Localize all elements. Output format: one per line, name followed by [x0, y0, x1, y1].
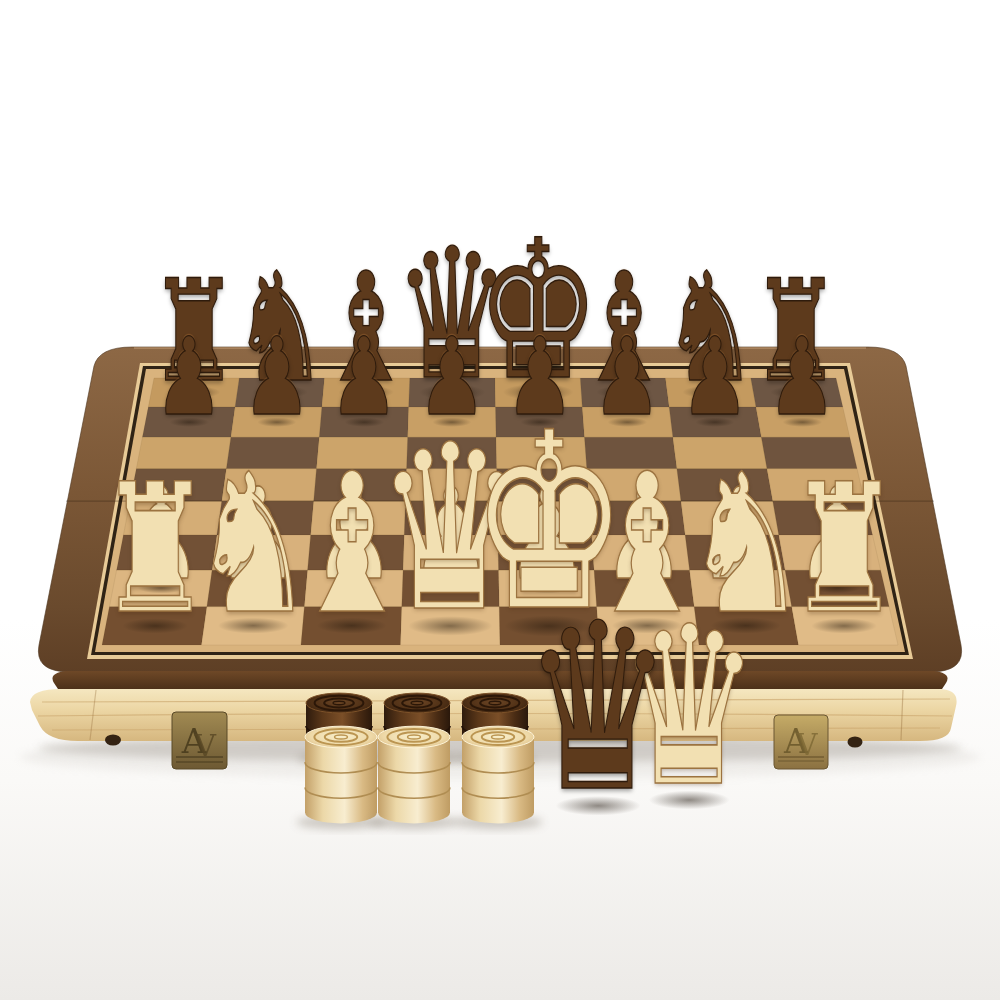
- square-d2[interactable]: [402, 570, 500, 607]
- checker-stack-side: [378, 737, 450, 823]
- square-d8[interactable]: [409, 378, 496, 407]
- square-f1[interactable]: [597, 607, 699, 645]
- square-g1[interactable]: [694, 607, 798, 645]
- square-g3[interactable]: [685, 535, 785, 570]
- square-g7[interactable]: [669, 407, 761, 437]
- light-checkers-stack-3[interactable]: [462, 726, 534, 823]
- square-c3[interactable]: [308, 535, 405, 570]
- square-g2[interactable]: [690, 570, 792, 607]
- square-f8[interactable]: [580, 378, 669, 407]
- square-h3[interactable]: [779, 535, 881, 570]
- square-g8[interactable]: [666, 378, 757, 407]
- square-a3[interactable]: [117, 535, 217, 570]
- square-e4[interactable]: [497, 501, 591, 535]
- square-e1[interactable]: [499, 607, 599, 645]
- checker-stack-side: [305, 737, 377, 823]
- square-e6[interactable]: [496, 437, 587, 468]
- square-b5[interactable]: [222, 469, 317, 502]
- square-b8[interactable]: [235, 378, 324, 407]
- checkers-stacks: [296, 693, 543, 829]
- product-photo-scene: A V A V ♜♞♝♛♚♝♞♜♟♟♟♟♟♟♟♟♟♟♟♟♟♟♟♟♜♞♝♛♚♝♞♜…: [0, 0, 1000, 1000]
- light-checkers-stack-1[interactable]: [305, 726, 377, 823]
- square-c8[interactable]: [322, 378, 410, 407]
- square-d1[interactable]: [401, 607, 501, 645]
- square-h6[interactable]: [761, 437, 857, 468]
- square-h8[interactable]: [751, 378, 843, 407]
- square-f2[interactable]: [594, 570, 694, 607]
- square-a2[interactable]: [109, 570, 212, 607]
- square-f3[interactable]: [592, 535, 690, 570]
- square-e5[interactable]: [497, 469, 589, 502]
- brass-clasp-right[interactable]: A V: [774, 715, 828, 769]
- square-g6[interactable]: [673, 437, 767, 468]
- box-foot-right: [848, 737, 863, 748]
- square-e8[interactable]: [495, 378, 582, 407]
- clasp-monogram-v: V: [193, 728, 217, 763]
- square-c1[interactable]: [301, 607, 402, 645]
- clasp-monogram-v: V: [796, 728, 819, 762]
- square-a1[interactable]: [102, 607, 207, 645]
- square-h2[interactable]: [785, 570, 889, 607]
- square-c2[interactable]: [304, 570, 403, 607]
- square-d3[interactable]: [403, 535, 499, 570]
- square-e7[interactable]: [496, 407, 585, 437]
- square-f4[interactable]: [589, 501, 685, 535]
- square-d5[interactable]: [406, 469, 498, 502]
- square-a7[interactable]: [142, 407, 235, 437]
- square-b1[interactable]: [202, 607, 305, 645]
- board-svg: A V A V: [0, 0, 1000, 1000]
- light-checkers-stack-2[interactable]: [378, 726, 450, 823]
- square-a8[interactable]: [148, 378, 239, 407]
- square-h4[interactable]: [773, 501, 873, 535]
- square-e3[interactable]: [498, 535, 594, 570]
- square-b4[interactable]: [217, 501, 314, 535]
- square-f7[interactable]: [582, 407, 673, 437]
- chessboard-squares: [102, 378, 898, 645]
- square-e2[interactable]: [499, 570, 597, 607]
- board-near-bevel: [53, 671, 948, 689]
- square-f6[interactable]: [585, 437, 677, 468]
- square-c5[interactable]: [314, 469, 407, 502]
- square-h5[interactable]: [767, 469, 865, 502]
- square-h7[interactable]: [756, 407, 850, 437]
- square-b7[interactable]: [231, 407, 322, 437]
- square-f5[interactable]: [587, 469, 681, 502]
- square-b6[interactable]: [226, 437, 319, 468]
- square-b2[interactable]: [207, 570, 308, 607]
- square-c6[interactable]: [317, 437, 408, 468]
- square-c7[interactable]: [319, 407, 408, 437]
- brass-clasp-left[interactable]: A V: [172, 712, 227, 769]
- square-d4[interactable]: [404, 501, 498, 535]
- box-foot-left: [105, 735, 121, 746]
- square-d7[interactable]: [408, 407, 496, 437]
- square-a6[interactable]: [136, 437, 231, 468]
- square-h1[interactable]: [792, 607, 898, 645]
- square-c4[interactable]: [311, 501, 406, 535]
- square-g4[interactable]: [681, 501, 779, 535]
- square-b3[interactable]: [212, 535, 311, 570]
- square-d6[interactable]: [407, 437, 497, 468]
- square-a5[interactable]: [130, 469, 226, 502]
- square-a4[interactable]: [123, 501, 221, 535]
- square-g5[interactable]: [677, 469, 773, 502]
- checker-stack-side: [462, 737, 534, 823]
